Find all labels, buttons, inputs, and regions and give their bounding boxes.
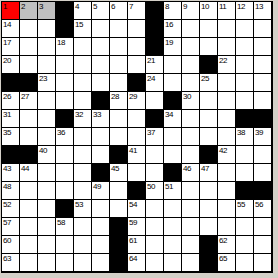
cell-r13c7[interactable]: 61	[128, 236, 146, 254]
block-cell-r4c0	[2, 74, 20, 92]
clue-number-40: 40	[39, 146, 47, 155]
cell-r5c1[interactable]: 27	[20, 92, 38, 110]
cell-r3c10[interactable]	[182, 56, 200, 74]
cell-r3c14[interactable]	[254, 56, 272, 74]
clue-number-12: 12	[237, 2, 245, 11]
clue-number-22: 22	[219, 56, 227, 65]
cell-r8c10[interactable]	[182, 146, 200, 164]
cell-r2c2[interactable]	[38, 38, 56, 56]
block-cell-r6c14	[254, 110, 272, 128]
clue-number-21: 21	[147, 56, 155, 65]
cell-r3c8[interactable]: 21	[146, 56, 164, 74]
clue-number-14: 14	[3, 20, 11, 29]
clue-number-6: 6	[111, 2, 115, 11]
cell-r7c7[interactable]	[128, 128, 146, 146]
cell-r0c2[interactable]: 3	[38, 2, 56, 20]
cell-r12c0[interactable]: 57	[2, 218, 20, 236]
cell-r14c0[interactable]: 63	[2, 254, 20, 272]
cell-r6c1[interactable]	[20, 110, 38, 128]
cell-r14c8[interactable]	[146, 254, 164, 272]
cell-r10c0[interactable]: 48	[2, 182, 20, 200]
cell-r14c13[interactable]	[236, 254, 254, 272]
cell-r10c4[interactable]	[74, 182, 92, 200]
cell-r7c1[interactable]	[20, 128, 38, 146]
cell-r12c12[interactable]	[218, 218, 236, 236]
clue-number-3: 3	[39, 2, 43, 11]
clue-number-60: 60	[3, 236, 11, 245]
cell-r11c13[interactable]: 55	[236, 200, 254, 218]
clue-number-59: 59	[129, 218, 137, 227]
cell-r3c3[interactable]	[56, 56, 74, 74]
block-cell-r10c7	[128, 182, 146, 200]
block-cell-r8c6	[110, 146, 128, 164]
cell-r14c4[interactable]	[74, 254, 92, 272]
cell-r3c1[interactable]	[20, 56, 38, 74]
cell-r5c2[interactable]	[38, 92, 56, 110]
cell-r13c0[interactable]: 60	[2, 236, 20, 254]
clue-number-2: 2	[21, 2, 25, 11]
cell-r12c11[interactable]	[200, 218, 218, 236]
clue-number-33: 33	[93, 110, 101, 119]
clue-number-10: 10	[201, 2, 209, 11]
clue-number-49: 49	[93, 182, 101, 191]
cell-r12c2[interactable]	[38, 218, 56, 236]
cell-r9c3[interactable]	[56, 164, 74, 182]
cell-r5c0[interactable]: 26	[2, 92, 20, 110]
cell-r1c9[interactable]: 16	[164, 20, 182, 38]
cell-r10c11[interactable]	[200, 182, 218, 200]
cell-r6c7[interactable]	[128, 110, 146, 128]
cell-r14c14[interactable]	[254, 254, 272, 272]
clue-number-48: 48	[3, 182, 11, 191]
cell-r3c9[interactable]	[164, 56, 182, 74]
cell-r13c10[interactable]	[182, 236, 200, 254]
cell-r6c9[interactable]: 34	[164, 110, 182, 128]
cell-r13c1[interactable]	[20, 236, 38, 254]
clue-number-47: 47	[201, 164, 209, 173]
cell-r8c2[interactable]: 40	[38, 146, 56, 164]
clue-number-25: 25	[201, 74, 209, 83]
crossword-board: 1234567891011121314151617181920212223242…	[1, 1, 273, 273]
clue-number-55: 55	[237, 200, 245, 209]
cell-r14c5[interactable]	[92, 254, 110, 272]
cell-r4c9[interactable]	[164, 74, 182, 92]
cell-r12c9[interactable]	[164, 218, 182, 236]
cell-r2c11[interactable]	[200, 38, 218, 56]
cell-r5c3[interactable]	[56, 92, 74, 110]
cell-r5c14[interactable]	[254, 92, 272, 110]
cell-r9c2[interactable]	[38, 164, 56, 182]
cell-r11c11[interactable]	[200, 200, 218, 218]
clue-number-50: 50	[147, 182, 155, 191]
cell-r2c0[interactable]: 17	[2, 38, 20, 56]
cell-r8c7[interactable]: 41	[128, 146, 146, 164]
cell-r11c9[interactable]	[164, 200, 182, 218]
cell-r8c8[interactable]	[146, 146, 164, 164]
cell-r0c12[interactable]: 11	[218, 2, 236, 20]
block-cell-r6c13	[236, 110, 254, 128]
cell-r12c5[interactable]	[92, 218, 110, 236]
cell-r7c6[interactable]	[110, 128, 128, 146]
clue-number-51: 51	[165, 182, 173, 191]
cell-r5c8[interactable]	[146, 92, 164, 110]
clue-number-28: 28	[111, 92, 119, 101]
cell-r6c11[interactable]	[200, 110, 218, 128]
cell-r1c14[interactable]	[254, 20, 272, 38]
clue-number-63: 63	[3, 254, 11, 263]
cell-r5c10[interactable]: 30	[182, 92, 200, 110]
clue-number-62: 62	[219, 236, 227, 245]
cell-r7c3[interactable]: 36	[56, 128, 74, 146]
cell-r7c10[interactable]	[182, 128, 200, 146]
clue-number-11: 11	[219, 2, 226, 11]
block-cell-r1c8	[146, 20, 164, 38]
clue-number-15: 15	[75, 20, 83, 29]
clue-number-30: 30	[183, 92, 191, 101]
cell-r12c1[interactable]	[20, 218, 38, 236]
cell-r13c9[interactable]	[164, 236, 182, 254]
cell-r0c14[interactable]: 13	[254, 2, 272, 20]
cell-r1c10[interactable]	[182, 20, 200, 38]
clue-number-13: 13	[255, 2, 263, 11]
cell-r10c2[interactable]	[38, 182, 56, 200]
clue-number-7: 7	[129, 2, 133, 11]
cell-r9c1[interactable]: 44	[20, 164, 38, 182]
clue-number-5: 5	[93, 2, 97, 11]
cell-r14c7[interactable]: 64	[128, 254, 146, 272]
clue-number-16: 16	[165, 20, 173, 29]
cell-r0c11[interactable]: 10	[200, 2, 218, 20]
clue-number-27: 27	[21, 92, 29, 101]
cell-r6c10[interactable]	[182, 110, 200, 128]
cell-r2c1[interactable]	[20, 38, 38, 56]
cell-r1c12[interactable]	[218, 20, 236, 38]
clue-number-1: 1	[3, 2, 7, 11]
clue-number-35: 35	[3, 128, 11, 137]
cell-r8c14[interactable]	[254, 146, 272, 164]
block-cell-r5c5	[92, 92, 110, 110]
cell-r1c5[interactable]	[92, 20, 110, 38]
cell-r10c5[interactable]: 49	[92, 182, 110, 200]
clue-number-43: 43	[3, 164, 11, 173]
cell-r4c2[interactable]: 23	[38, 74, 56, 92]
cell-r7c8[interactable]: 37	[146, 128, 164, 146]
block-cell-r4c7	[128, 74, 146, 92]
cell-r0c5[interactable]: 5	[92, 2, 110, 20]
clue-number-26: 26	[3, 92, 11, 101]
cell-r11c5[interactable]	[92, 200, 110, 218]
cell-r2c3[interactable]: 18	[56, 38, 74, 56]
clue-number-46: 46	[183, 164, 191, 173]
cell-r7c12[interactable]	[218, 128, 236, 146]
cell-r4c6[interactable]	[110, 74, 128, 92]
cell-r0c6[interactable]: 6	[110, 2, 128, 20]
clue-number-20: 20	[3, 56, 11, 65]
cell-r13c8[interactable]	[146, 236, 164, 254]
clue-number-56: 56	[255, 200, 263, 209]
block-cell-r1c3	[56, 20, 74, 38]
cell-r5c7[interactable]: 29	[128, 92, 146, 110]
cell-r7c2[interactable]	[38, 128, 56, 146]
cell-r1c4[interactable]: 15	[74, 20, 92, 38]
clue-number-8: 8	[165, 2, 169, 11]
cell-r8c9[interactable]	[164, 146, 182, 164]
clue-number-61: 61	[129, 236, 137, 245]
cell-r2c14[interactable]	[254, 38, 272, 56]
block-cell-r8c1	[20, 146, 38, 164]
cell-r13c4[interactable]	[74, 236, 92, 254]
cell-r8c12[interactable]: 42	[218, 146, 236, 164]
cell-r12c13[interactable]	[236, 218, 254, 236]
cell-r3c12[interactable]: 22	[218, 56, 236, 74]
clue-number-53: 53	[75, 200, 83, 209]
cell-r1c11[interactable]	[200, 20, 218, 38]
clue-number-39: 39	[255, 128, 263, 137]
cell-r9c11[interactable]: 47	[200, 164, 218, 182]
cell-r7c14[interactable]: 39	[254, 128, 272, 146]
block-cell-r2c8	[146, 38, 164, 56]
clue-number-31: 31	[3, 110, 11, 119]
cell-r5c11[interactable]	[200, 92, 218, 110]
cell-r2c9[interactable]: 19	[164, 38, 182, 56]
block-cell-r3c11	[200, 56, 218, 74]
cell-r12c7[interactable]: 59	[128, 218, 146, 236]
cell-r1c0[interactable]: 14	[2, 20, 20, 38]
block-cell-r14c11	[200, 254, 218, 272]
cell-r3c2[interactable]	[38, 56, 56, 74]
cell-r7c0[interactable]: 35	[2, 128, 20, 146]
block-cell-r10c13	[236, 182, 254, 200]
cell-r9c7[interactable]	[128, 164, 146, 182]
block-cell-r4c1	[20, 74, 38, 92]
cell-r2c5[interactable]	[92, 38, 110, 56]
block-cell-r6c3	[56, 110, 74, 128]
clue-number-17: 17	[3, 38, 11, 47]
cell-r0c10[interactable]: 9	[182, 2, 200, 20]
cell-r6c0[interactable]: 31	[2, 110, 20, 128]
cell-r6c4[interactable]: 32	[74, 110, 92, 128]
clue-number-42: 42	[219, 146, 227, 155]
cell-r6c6[interactable]	[110, 110, 128, 128]
cell-r0c13[interactable]: 12	[236, 2, 254, 20]
cell-r11c14[interactable]: 56	[254, 200, 272, 218]
cell-r10c3[interactable]	[56, 182, 74, 200]
cell-r13c14[interactable]	[254, 236, 272, 254]
cell-r3c13[interactable]	[236, 56, 254, 74]
cell-r12c3[interactable]: 58	[56, 218, 74, 236]
clue-number-19: 19	[165, 38, 173, 47]
cell-r11c1[interactable]	[20, 200, 38, 218]
block-cell-r9c5	[92, 164, 110, 182]
cell-r14c2[interactable]	[38, 254, 56, 272]
cell-r3c4[interactable]	[74, 56, 92, 74]
cell-r2c12[interactable]	[218, 38, 236, 56]
cell-r12c14[interactable]	[254, 218, 272, 236]
clue-number-58: 58	[57, 218, 65, 227]
block-cell-r11c3	[56, 200, 74, 218]
cell-r4c3[interactable]	[56, 74, 74, 92]
block-cell-r13c6	[110, 236, 128, 254]
cell-r11c10[interactable]	[182, 200, 200, 218]
cell-r10c6[interactable]	[110, 182, 128, 200]
cell-r14c12[interactable]: 65	[218, 254, 236, 272]
cell-r5c13[interactable]	[236, 92, 254, 110]
cell-r11c6[interactable]	[110, 200, 128, 218]
cell-r10c1[interactable]	[20, 182, 38, 200]
block-cell-r14c6	[110, 254, 128, 272]
clue-number-34: 34	[165, 110, 173, 119]
cell-r4c12[interactable]	[218, 74, 236, 92]
cell-r14c1[interactable]	[20, 254, 38, 272]
cell-r11c0[interactable]: 52	[2, 200, 20, 218]
cell-r4c11[interactable]: 25	[200, 74, 218, 92]
cell-r3c6[interactable]	[110, 56, 128, 74]
cell-r13c3[interactable]	[56, 236, 74, 254]
cell-r6c12[interactable]	[218, 110, 236, 128]
cell-r9c13[interactable]	[236, 164, 254, 182]
cell-r12c8[interactable]	[146, 218, 164, 236]
clue-number-29: 29	[129, 92, 137, 101]
clue-number-24: 24	[147, 74, 155, 83]
clue-number-54: 54	[129, 200, 137, 209]
cell-r13c13[interactable]	[236, 236, 254, 254]
cell-r1c13[interactable]	[236, 20, 254, 38]
clue-number-36: 36	[57, 128, 65, 137]
clue-number-18: 18	[57, 38, 65, 47]
clue-number-52: 52	[3, 200, 11, 209]
cell-r12c10[interactable]	[182, 218, 200, 236]
cell-r7c4[interactable]	[74, 128, 92, 146]
block-cell-r5c9	[164, 92, 182, 110]
block-cell-r13c11	[200, 236, 218, 254]
block-cell-r0c3	[56, 2, 74, 20]
block-cell-r8c11	[200, 146, 218, 164]
cell-r13c12[interactable]: 62	[218, 236, 236, 254]
cell-r12c4[interactable]	[74, 218, 92, 236]
clue-number-57: 57	[3, 218, 11, 227]
cell-r3c5[interactable]	[92, 56, 110, 74]
clue-number-4: 4	[75, 2, 79, 11]
cell-r3c0[interactable]: 20	[2, 56, 20, 74]
cell-r9c14[interactable]	[254, 164, 272, 182]
cell-r9c4[interactable]	[74, 164, 92, 182]
cell-r1c2[interactable]	[38, 20, 56, 38]
cell-r13c2[interactable]	[38, 236, 56, 254]
block-cell-r8c0	[2, 146, 20, 164]
cell-r14c10[interactable]	[182, 254, 200, 272]
cell-r10c9[interactable]: 51	[164, 182, 182, 200]
cell-r4c5[interactable]	[92, 74, 110, 92]
cell-r11c4[interactable]: 53	[74, 200, 92, 218]
cell-r9c0[interactable]: 43	[2, 164, 20, 182]
clue-number-65: 65	[219, 254, 227, 263]
active-cell-r0c0[interactable]: 1	[2, 2, 20, 20]
cell-r1c6[interactable]	[110, 20, 128, 38]
cell-r14c3[interactable]	[56, 254, 74, 272]
cell-r11c8[interactable]	[146, 200, 164, 218]
clue-number-45: 45	[111, 164, 119, 173]
clue-number-23: 23	[39, 74, 47, 83]
cell-r5c12[interactable]	[218, 92, 236, 110]
cell-r0c7[interactable]: 7	[128, 2, 146, 20]
cell-r9c10[interactable]: 46	[182, 164, 200, 182]
clue-number-9: 9	[183, 2, 187, 11]
cell-r1c1[interactable]	[20, 20, 38, 38]
cell-r10c8[interactable]: 50	[146, 182, 164, 200]
clue-number-41: 41	[129, 146, 137, 155]
cell-r8c4[interactable]	[74, 146, 92, 164]
clue-number-64: 64	[129, 254, 137, 263]
cell-r2c10[interactable]	[182, 38, 200, 56]
cell-r6c5[interactable]: 33	[92, 110, 110, 128]
cell-r0c1[interactable]: 2	[20, 2, 38, 20]
block-cell-r0c8	[146, 2, 164, 20]
block-cell-r6c8	[146, 110, 164, 128]
cell-r5c6[interactable]: 28	[110, 92, 128, 110]
cell-r2c6[interactable]	[110, 38, 128, 56]
cell-r2c13[interactable]	[236, 38, 254, 56]
clue-number-38: 38	[237, 128, 245, 137]
cell-r7c11[interactable]	[200, 128, 218, 146]
cell-r11c7[interactable]: 54	[128, 200, 146, 218]
cell-r7c5[interactable]	[92, 128, 110, 146]
cell-r7c9[interactable]	[164, 128, 182, 146]
cell-r9c6[interactable]: 45	[110, 164, 128, 182]
clue-number-32: 32	[75, 110, 83, 119]
cell-r11c12[interactable]	[218, 200, 236, 218]
cell-r7c13[interactable]: 38	[236, 128, 254, 146]
cell-r3c7[interactable]	[128, 56, 146, 74]
block-cell-r9c9	[164, 164, 182, 182]
cell-r8c5[interactable]	[92, 146, 110, 164]
cell-r0c4[interactable]: 4	[74, 2, 92, 20]
block-cell-r12c6	[110, 218, 128, 236]
cell-r4c8[interactable]: 24	[146, 74, 164, 92]
cell-r5c4[interactable]	[74, 92, 92, 110]
cell-r2c7[interactable]	[128, 38, 146, 56]
cell-r8c3[interactable]	[56, 146, 74, 164]
cell-r4c10[interactable]	[182, 74, 200, 92]
clue-number-37: 37	[147, 128, 155, 137]
cell-r11c2[interactable]	[38, 200, 56, 218]
clue-number-44: 44	[21, 164, 29, 173]
cell-r4c13[interactable]	[236, 74, 254, 92]
cell-r14c9[interactable]	[164, 254, 182, 272]
cell-r8c13[interactable]	[236, 146, 254, 164]
cell-r13c5[interactable]	[92, 236, 110, 254]
cell-r10c10[interactable]	[182, 182, 200, 200]
cell-r2c4[interactable]	[74, 38, 92, 56]
cell-r10c12[interactable]	[218, 182, 236, 200]
cell-r1c7[interactable]	[128, 20, 146, 38]
block-cell-r10c14	[254, 182, 272, 200]
cell-r4c14[interactable]	[254, 74, 272, 92]
cell-r6c2[interactable]	[38, 110, 56, 128]
cell-r9c12[interactable]	[218, 164, 236, 182]
cell-r9c8[interactable]	[146, 164, 164, 182]
cell-r4c4[interactable]	[74, 74, 92, 92]
cell-r0c9[interactable]: 8	[164, 2, 182, 20]
